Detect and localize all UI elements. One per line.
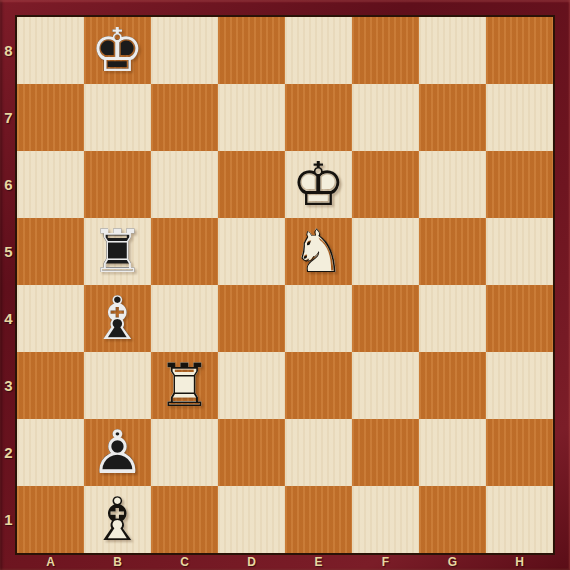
black-rook-outline-icon: ♖	[84, 218, 151, 285]
square-a4[interactable]	[17, 285, 84, 352]
square-d1[interactable]	[218, 486, 285, 553]
square-d2[interactable]	[218, 419, 285, 486]
square-b7[interactable]	[84, 84, 151, 151]
square-a7[interactable]	[17, 84, 84, 151]
square-h2[interactable]	[486, 419, 553, 486]
white-bishop-outline-icon: ♗	[84, 486, 151, 553]
square-g6[interactable]	[419, 151, 486, 218]
square-c2[interactable]	[151, 419, 218, 486]
square-h3[interactable]	[486, 352, 553, 419]
white-bishop-b1[interactable]: ♝♗	[84, 486, 151, 553]
square-e7[interactable]	[285, 84, 352, 151]
square-a3[interactable]	[17, 352, 84, 419]
white-knight-e5[interactable]: ♞♘	[285, 218, 352, 285]
square-d4[interactable]	[218, 285, 285, 352]
file-label-a: A	[17, 553, 84, 570]
white-king-e6[interactable]: ♚♔	[285, 151, 352, 218]
black-king-b8[interactable]: ♚♔	[84, 17, 151, 84]
square-c5[interactable]	[151, 218, 218, 285]
chess-board-frame: ♚♔♚♔♜♖♞♘♝♗♜♖♟♙♝♗ 87654321 ABCDEFGH	[0, 0, 570, 570]
square-a8[interactable]	[17, 17, 84, 84]
square-e1[interactable]	[285, 486, 352, 553]
white-rook-outline-icon: ♖	[151, 352, 218, 419]
rank-label-8: 8	[0, 17, 17, 84]
rank-label-4: 4	[0, 285, 17, 352]
square-d7[interactable]	[218, 84, 285, 151]
square-c7[interactable]	[151, 84, 218, 151]
rank-label-7: 7	[0, 84, 17, 151]
square-h4[interactable]	[486, 285, 553, 352]
square-g3[interactable]	[419, 352, 486, 419]
square-g2[interactable]	[419, 419, 486, 486]
black-bishop-outline-icon: ♗	[84, 285, 151, 352]
file-label-f: F	[352, 553, 419, 570]
white-rook-c3[interactable]: ♜♖	[151, 352, 218, 419]
file-label-g: G	[419, 553, 486, 570]
square-h1[interactable]	[486, 486, 553, 553]
square-d6[interactable]	[218, 151, 285, 218]
square-e2[interactable]	[285, 419, 352, 486]
file-label-b: B	[84, 553, 151, 570]
file-labels: ABCDEFGH	[17, 553, 553, 570]
square-f8[interactable]	[352, 17, 419, 84]
square-g7[interactable]	[419, 84, 486, 151]
square-b8[interactable]: ♚♔	[84, 17, 151, 84]
square-b3[interactable]	[84, 352, 151, 419]
square-d8[interactable]	[218, 17, 285, 84]
rank-label-6: 6	[0, 151, 17, 218]
square-f7[interactable]	[352, 84, 419, 151]
chess-board: ♚♔♚♔♜♖♞♘♝♗♜♖♟♙♝♗	[17, 17, 553, 553]
black-bishop-b4[interactable]: ♝♗	[84, 285, 151, 352]
square-c6[interactable]	[151, 151, 218, 218]
square-f3[interactable]	[352, 352, 419, 419]
square-b5[interactable]: ♜♖	[84, 218, 151, 285]
white-knight-outline-icon: ♘	[285, 218, 352, 285]
square-h5[interactable]	[486, 218, 553, 285]
rank-labels: 87654321	[0, 17, 17, 553]
black-rook-b5[interactable]: ♜♖	[84, 218, 151, 285]
square-g8[interactable]	[419, 17, 486, 84]
rank-label-3: 3	[0, 352, 17, 419]
square-a5[interactable]	[17, 218, 84, 285]
square-f6[interactable]	[352, 151, 419, 218]
square-c4[interactable]	[151, 285, 218, 352]
square-c8[interactable]	[151, 17, 218, 84]
square-f2[interactable]	[352, 419, 419, 486]
file-label-h: H	[486, 553, 553, 570]
square-e5[interactable]: ♞♘	[285, 218, 352, 285]
square-h6[interactable]	[486, 151, 553, 218]
square-e3[interactable]	[285, 352, 352, 419]
black-pawn-b2[interactable]: ♟♙	[84, 419, 151, 486]
file-label-c: C	[151, 553, 218, 570]
black-pawn-outline-icon: ♙	[84, 419, 151, 486]
square-g4[interactable]	[419, 285, 486, 352]
white-king-outline-icon: ♔	[285, 151, 352, 218]
square-b6[interactable]	[84, 151, 151, 218]
square-a6[interactable]	[17, 151, 84, 218]
file-label-e: E	[285, 553, 352, 570]
square-b1[interactable]: ♝♗	[84, 486, 151, 553]
square-a2[interactable]	[17, 419, 84, 486]
square-b4[interactable]: ♝♗	[84, 285, 151, 352]
square-a1[interactable]	[17, 486, 84, 553]
black-king-outline-icon: ♔	[84, 17, 151, 84]
square-c1[interactable]	[151, 486, 218, 553]
square-f1[interactable]	[352, 486, 419, 553]
square-e4[interactable]	[285, 285, 352, 352]
square-d5[interactable]	[218, 218, 285, 285]
square-h8[interactable]	[486, 17, 553, 84]
square-c3[interactable]: ♜♖	[151, 352, 218, 419]
square-f4[interactable]	[352, 285, 419, 352]
square-d3[interactable]	[218, 352, 285, 419]
square-e8[interactable]	[285, 17, 352, 84]
square-b2[interactable]: ♟♙	[84, 419, 151, 486]
square-e6[interactable]: ♚♔	[285, 151, 352, 218]
square-h7[interactable]	[486, 84, 553, 151]
square-g5[interactable]	[419, 218, 486, 285]
rank-label-1: 1	[0, 486, 17, 553]
file-label-d: D	[218, 553, 285, 570]
square-f5[interactable]	[352, 218, 419, 285]
square-g1[interactable]	[419, 486, 486, 553]
rank-label-2: 2	[0, 419, 17, 486]
rank-label-5: 5	[0, 218, 17, 285]
